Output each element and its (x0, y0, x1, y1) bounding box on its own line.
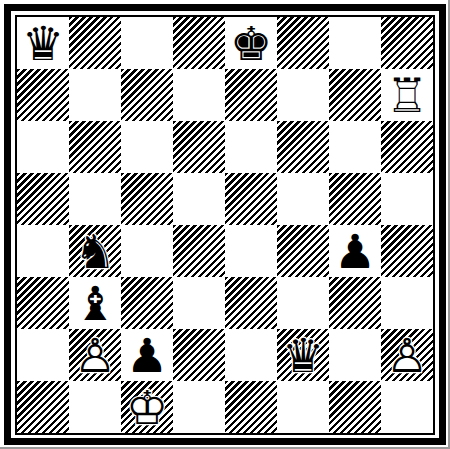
square-h8[interactable] (381, 17, 433, 69)
square-h4[interactable] (381, 225, 433, 277)
square-g4[interactable]: ♟♟ (329, 225, 381, 277)
square-h6[interactable] (381, 121, 433, 173)
square-c5[interactable] (121, 173, 173, 225)
square-f7[interactable] (277, 69, 329, 121)
piece-black-pawn-c2[interactable]: ♟♟ (126, 332, 168, 379)
square-d7[interactable] (173, 69, 225, 121)
chess-board: ♛♛♚♚♜♖♞♞♟♟♝♝♟♙♟♟♛♛♟♙♚♔ (15, 15, 435, 435)
square-b1[interactable] (69, 381, 121, 433)
piece-glyph-face: ♚ (230, 17, 272, 69)
square-f2[interactable]: ♛♛ (277, 329, 329, 381)
piece-black-queen-f2[interactable]: ♛♛ (282, 332, 324, 379)
square-b7[interactable] (69, 69, 121, 121)
square-h3[interactable] (381, 277, 433, 329)
piece-white-rook-h7[interactable]: ♜♖ (386, 72, 428, 119)
square-d5[interactable] (173, 173, 225, 225)
piece-black-king-e8[interactable]: ♚♚ (230, 20, 272, 67)
piece-glyph-face: ♟ (334, 225, 376, 277)
piece-black-bishop-b3[interactable]: ♝♝ (74, 280, 116, 327)
piece-glyph-face: ♙ (386, 329, 428, 381)
square-e5[interactable] (225, 173, 277, 225)
square-g3[interactable] (329, 277, 381, 329)
square-b6[interactable] (69, 121, 121, 173)
square-a8[interactable]: ♛♛ (17, 17, 69, 69)
square-a1[interactable] (17, 381, 69, 433)
piece-black-queen-a8[interactable]: ♛♛ (22, 20, 64, 67)
square-h5[interactable] (381, 173, 433, 225)
square-c6[interactable] (121, 121, 173, 173)
piece-white-pawn-h2[interactable]: ♟♙ (386, 332, 428, 379)
piece-glyph-face: ♔ (126, 381, 168, 433)
square-a7[interactable] (17, 69, 69, 121)
square-e8[interactable]: ♚♚ (225, 17, 277, 69)
square-b3[interactable]: ♝♝ (69, 277, 121, 329)
square-d1[interactable] (173, 381, 225, 433)
piece-glyph-face: ♛ (282, 329, 324, 381)
square-f5[interactable] (277, 173, 329, 225)
square-c3[interactable] (121, 277, 173, 329)
square-f8[interactable] (277, 17, 329, 69)
square-c2[interactable]: ♟♟ (121, 329, 173, 381)
square-b5[interactable] (69, 173, 121, 225)
square-g8[interactable] (329, 17, 381, 69)
square-c1[interactable]: ♚♔ (121, 381, 173, 433)
square-a5[interactable] (17, 173, 69, 225)
square-c7[interactable] (121, 69, 173, 121)
piece-glyph-face: ♙ (74, 329, 116, 381)
square-b8[interactable] (69, 17, 121, 69)
square-a4[interactable] (17, 225, 69, 277)
piece-glyph-face: ♟ (126, 329, 168, 381)
square-d2[interactable] (173, 329, 225, 381)
square-e3[interactable] (225, 277, 277, 329)
piece-black-knight-b4[interactable]: ♞♞ (74, 228, 116, 275)
piece-glyph-face: ♖ (386, 69, 428, 121)
square-f4[interactable] (277, 225, 329, 277)
square-f3[interactable] (277, 277, 329, 329)
square-a2[interactable] (17, 329, 69, 381)
square-f6[interactable] (277, 121, 329, 173)
square-a3[interactable] (17, 277, 69, 329)
square-c8[interactable] (121, 17, 173, 69)
square-h7[interactable]: ♜♖ (381, 69, 433, 121)
square-b4[interactable]: ♞♞ (69, 225, 121, 277)
square-e6[interactable] (225, 121, 277, 173)
chess-diagram-page: ♛♛♚♚♜♖♞♞♟♟♝♝♟♙♟♟♛♛♟♙♚♔ (0, 0, 450, 449)
square-g7[interactable] (329, 69, 381, 121)
square-g5[interactable] (329, 173, 381, 225)
square-c4[interactable] (121, 225, 173, 277)
piece-glyph-face: ♞ (74, 225, 116, 277)
square-h2[interactable]: ♟♙ (381, 329, 433, 381)
square-d8[interactable] (173, 17, 225, 69)
square-g6[interactable] (329, 121, 381, 173)
square-e7[interactable] (225, 69, 277, 121)
square-e1[interactable] (225, 381, 277, 433)
square-e2[interactable] (225, 329, 277, 381)
square-a6[interactable] (17, 121, 69, 173)
square-d3[interactable] (173, 277, 225, 329)
square-g1[interactable] (329, 381, 381, 433)
piece-white-pawn-b2[interactable]: ♟♙ (74, 332, 116, 379)
piece-glyph-face: ♝ (74, 277, 116, 329)
square-f1[interactable] (277, 381, 329, 433)
piece-black-pawn-g4[interactable]: ♟♟ (334, 228, 376, 275)
square-d6[interactable] (173, 121, 225, 173)
square-b2[interactable]: ♟♙ (69, 329, 121, 381)
square-h1[interactable] (381, 381, 433, 433)
square-g2[interactable] (329, 329, 381, 381)
square-d4[interactable] (173, 225, 225, 277)
piece-glyph-face: ♛ (22, 17, 64, 69)
piece-white-king-c1[interactable]: ♚♔ (126, 384, 168, 431)
square-e4[interactable] (225, 225, 277, 277)
